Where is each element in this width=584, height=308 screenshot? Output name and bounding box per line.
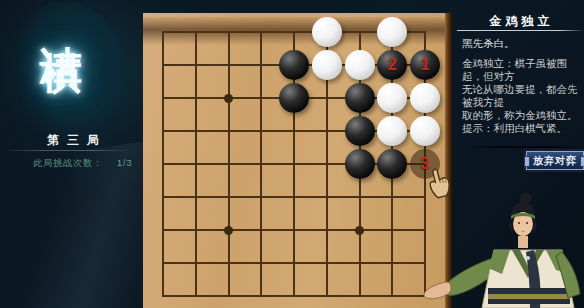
move-number: 2 xyxy=(377,50,407,80)
puzzle-mode-title: 诘棋 xyxy=(38,12,84,24)
white-stone xyxy=(312,50,342,80)
puzzle-title: 金鸡独立 xyxy=(455,13,584,30)
black-stone xyxy=(279,83,309,113)
white-stone xyxy=(377,116,407,146)
grid-line-horizontal xyxy=(162,295,426,297)
white-stone xyxy=(410,116,440,146)
description-line: 金鸡独立：棋子虽被围起，但对方 xyxy=(462,57,584,83)
challenge-attempts-label: 此局挑战次数： xyxy=(33,158,103,168)
title-underline xyxy=(457,30,584,31)
grid-line-horizontal xyxy=(162,262,426,264)
description-line: 无论从哪边要提，都会先被我方提 xyxy=(462,83,584,109)
black-stone xyxy=(279,50,309,80)
white-stone xyxy=(410,83,440,113)
black-stone xyxy=(377,149,407,179)
description-line: 取的形，称为金鸡独立。 xyxy=(462,109,584,122)
grid-line-horizontal xyxy=(162,229,426,231)
puzzle-task: 黑先杀白。 xyxy=(462,37,515,51)
challenge-attempts: 此局挑战次数：1/3 xyxy=(33,157,133,170)
grid-line-horizontal xyxy=(162,196,426,198)
give-up-button[interactable]: 放弃对弈 xyxy=(526,151,584,170)
black-stone xyxy=(345,116,375,146)
move-number: 1 xyxy=(410,50,440,80)
go-board[interactable]: 213 xyxy=(143,13,452,308)
star-point xyxy=(224,226,233,235)
star-point xyxy=(224,94,233,103)
puzzle-description: 金鸡独立：棋子虽被围起，但对方 无论从哪边要提，都会先被我方提 取的形，称为金鸡… xyxy=(462,57,584,135)
black-stone: 2 xyxy=(377,50,407,80)
black-stone xyxy=(345,83,375,113)
round-label: 第三局 xyxy=(0,132,146,149)
companion-character xyxy=(414,190,584,308)
black-stone xyxy=(345,149,375,179)
black-stone: 1 xyxy=(410,50,440,80)
panel-divider xyxy=(467,146,579,148)
white-stone xyxy=(377,83,407,113)
go-puzzle-screen: { "game": "go", "colors": { "board_wood"… xyxy=(0,0,584,308)
white-stone xyxy=(312,17,342,47)
description-line: 提示：利用白棋气紧。 xyxy=(462,122,584,135)
challenge-attempts-value: 1/3 xyxy=(117,158,133,168)
star-point xyxy=(355,226,364,235)
left-divider xyxy=(4,150,132,151)
white-stone xyxy=(345,50,375,80)
